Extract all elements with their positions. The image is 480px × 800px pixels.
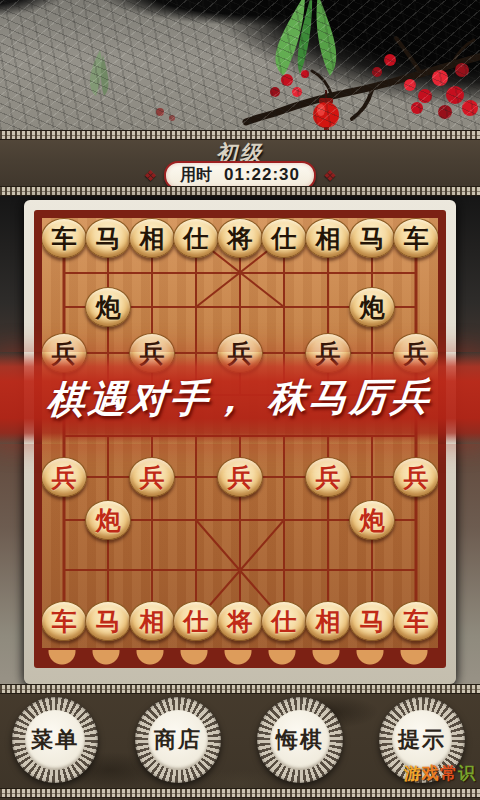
piece-black-将-r0c4[interactable]: 将 <box>217 218 263 258</box>
timer-label: 用时 <box>180 165 212 186</box>
piece-red-马-r9c1[interactable]: 马 <box>85 601 131 641</box>
ornament-left-icon: ❖ <box>144 168 157 183</box>
piece-black-马-r0c1[interactable]: 马 <box>85 218 131 258</box>
top-art-decorations <box>0 0 480 130</box>
shop-button[interactable]: 商店 <box>135 697 221 783</box>
piece-red-相-r9c6[interactable]: 相 <box>305 601 351 641</box>
piece-black-马-r0c7[interactable]: 马 <box>349 218 395 258</box>
meander-border-bottom <box>0 186 480 196</box>
ornament-right-icon: ❖ <box>323 168 336 183</box>
piece-black-相-r0c6[interactable]: 相 <box>305 218 351 258</box>
bamboo-leaves-icon <box>275 0 336 76</box>
watermark-char-1: 戏 <box>422 764 440 783</box>
piece-red-将-r9c4[interactable]: 将 <box>217 601 263 641</box>
piece-red-仕-r9c5[interactable]: 仕 <box>261 601 307 641</box>
small-bamboo-leaf-icon <box>90 50 109 96</box>
piece-black-炮-r2c7[interactable]: 炮 <box>349 287 395 327</box>
piece-red-炮-r7c7[interactable]: 炮 <box>349 500 395 540</box>
menu-button[interactable]: 菜单 <box>12 697 98 783</box>
piece-red-兵-r6c6[interactable]: 兵 <box>305 457 351 497</box>
board-edge-tiles <box>40 650 440 667</box>
undo-button[interactable]: 悔棋 <box>257 697 343 783</box>
piece-black-仕-r0c5[interactable]: 仕 <box>261 218 307 258</box>
piece-red-相-r9c2[interactable]: 相 <box>129 601 175 641</box>
piece-red-炮-r7c1[interactable]: 炮 <box>85 500 131 540</box>
piece-black-相-r0c2[interactable]: 相 <box>129 218 175 258</box>
piece-black-炮-r2c1[interactable]: 炮 <box>85 287 131 327</box>
piece-black-仕-r0c3[interactable]: 仕 <box>173 218 219 258</box>
game-screen: 初级 ❖ 用时 01:22:30 ❖ <box>0 0 480 800</box>
timer-row: ❖ 用时 01:22:30 ❖ <box>0 161 480 189</box>
panel-meander-top <box>0 684 480 694</box>
piece-black-车-r0c8[interactable]: 车 <box>393 218 438 258</box>
piece-red-兵-r6c2[interactable]: 兵 <box>129 457 175 497</box>
watermark-char-2: 常 <box>440 764 458 783</box>
piece-black-车-r0c0[interactable]: 车 <box>42 218 87 258</box>
piece-red-车-r9c8[interactable]: 车 <box>393 601 438 641</box>
slogan-banner: 棋遇对手， 秣马厉兵 <box>0 352 480 444</box>
slogan-text: 棋遇对手， 秣马厉兵 <box>45 371 435 425</box>
piece-red-兵-r6c4[interactable]: 兵 <box>217 457 263 497</box>
watermark-char-3: 识 <box>458 764 476 783</box>
top-artwork <box>0 0 480 130</box>
watermark: 游戏常识 <box>404 762 476 785</box>
piece-red-车-r9c0[interactable]: 车 <box>42 601 87 641</box>
piece-red-兵-r6c0[interactable]: 兵 <box>42 457 87 497</box>
piece-red-兵-r6c8[interactable]: 兵 <box>393 457 438 497</box>
shop-button-label: 商店 <box>148 710 208 770</box>
piece-red-仕-r9c3[interactable]: 仕 <box>173 601 219 641</box>
hint-button-label: 提示 <box>392 710 452 770</box>
timer-value: 01:22:30 <box>224 165 300 185</box>
menu-button-label: 菜单 <box>25 710 85 770</box>
piece-red-马-r9c7[interactable]: 马 <box>349 601 395 641</box>
panel-meander-bottom <box>0 788 480 798</box>
header-bar: 初级 ❖ 用时 01:22:30 ❖ <box>0 130 480 196</box>
watermark-char-0: 游 <box>404 764 422 783</box>
undo-button-label: 悔棋 <box>270 710 330 770</box>
